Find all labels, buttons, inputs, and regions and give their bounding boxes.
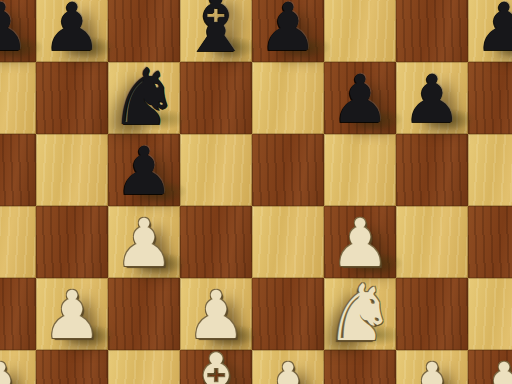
square-a3[interactable] — [0, 278, 36, 350]
pawn-glyph: ♟ — [402, 67, 461, 133]
square-b4[interactable] — [36, 206, 108, 278]
square-c2[interactable] — [108, 350, 180, 384]
piece-white-knight-f3[interactable]: ♞ — [324, 274, 396, 352]
square-a4[interactable] — [0, 206, 36, 278]
square-a6[interactable] — [0, 62, 36, 134]
square-h4[interactable] — [468, 206, 512, 278]
square-e5[interactable] — [252, 134, 324, 206]
square-h5[interactable] — [468, 134, 512, 206]
piece-black-pawn-g6[interactable]: ♟ — [396, 67, 468, 133]
piece-black-pawn-h7[interactable]: ♟ — [468, 0, 512, 61]
pawn-glyph: ♟ — [258, 355, 317, 384]
bishop-glyph: ♝ — [180, 0, 252, 64]
pawn-glyph: ♟ — [0, 0, 30, 61]
square-c3[interactable] — [108, 278, 180, 350]
square-g3[interactable] — [396, 278, 468, 350]
piece-black-bishop-d7[interactable]: ♝ — [180, 0, 252, 64]
square-f5[interactable] — [324, 134, 396, 206]
square-d6[interactable] — [180, 62, 252, 134]
pawn-glyph: ♟ — [330, 67, 389, 133]
piece-black-pawn-e7[interactable]: ♟ — [252, 0, 324, 61]
pawn-glyph: ♟ — [474, 355, 512, 384]
square-a5[interactable] — [0, 134, 36, 206]
pawn-glyph: ♟ — [474, 0, 512, 61]
piece-black-pawn-c5[interactable]: ♟ — [108, 139, 180, 205]
piece-white-pawn-b3[interactable]: ♟ — [36, 283, 108, 349]
square-g7[interactable] — [396, 0, 468, 62]
pawn-glyph: ♟ — [114, 211, 173, 277]
piece-white-pawn-h2[interactable]: ♟ — [468, 355, 512, 384]
pawn-glyph: ♟ — [42, 283, 101, 349]
square-g5[interactable] — [396, 134, 468, 206]
piece-white-bishop-d2[interactable]: ♝ — [180, 344, 252, 384]
square-d4[interactable] — [180, 206, 252, 278]
square-e3[interactable] — [252, 278, 324, 350]
pawn-glyph: ♟ — [0, 355, 30, 384]
piece-white-pawn-g2[interactable]: ♟ — [396, 355, 468, 384]
bishop-glyph: ♝ — [180, 344, 252, 384]
piece-black-pawn-a7[interactable]: ♟ — [0, 0, 36, 61]
pawn-glyph: ♟ — [402, 355, 461, 384]
square-f7[interactable] — [324, 0, 396, 62]
square-g4[interactable] — [396, 206, 468, 278]
knight-glyph: ♞ — [109, 58, 179, 136]
piece-black-pawn-b7[interactable]: ♟ — [36, 0, 108, 61]
piece-black-knight-c6[interactable]: ♞ — [108, 58, 180, 136]
piece-white-pawn-a2[interactable]: ♟ — [0, 355, 36, 384]
square-b5[interactable] — [36, 134, 108, 206]
pawn-glyph: ♟ — [42, 0, 101, 61]
square-e6[interactable] — [252, 62, 324, 134]
knight-glyph: ♞ — [325, 274, 395, 352]
piece-white-pawn-e2[interactable]: ♟ — [252, 355, 324, 384]
square-h6[interactable] — [468, 62, 512, 134]
square-b2[interactable] — [36, 350, 108, 384]
piece-white-pawn-c4[interactable]: ♟ — [108, 211, 180, 277]
square-h3[interactable] — [468, 278, 512, 350]
square-d5[interactable] — [180, 134, 252, 206]
pawn-glyph: ♟ — [258, 0, 317, 61]
piece-black-pawn-f6[interactable]: ♟ — [324, 67, 396, 133]
chessboard-stage[interactable]: ♟♟♝♟♟♞♟♟♟♟♟♟♟♞♟♝♟♟♟ — [0, 0, 512, 384]
pawn-glyph: ♟ — [114, 139, 173, 205]
square-e4[interactable] — [252, 206, 324, 278]
square-b6[interactable] — [36, 62, 108, 134]
